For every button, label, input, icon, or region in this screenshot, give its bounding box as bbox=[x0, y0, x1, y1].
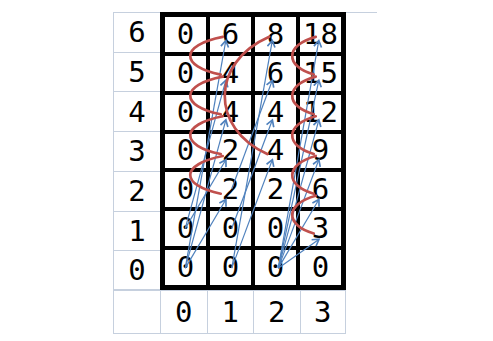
row-label-0[interactable]: 0 bbox=[113, 250, 160, 290]
dp-table-diagram: 6543210 0681804615044120249022600030000 … bbox=[0, 0, 493, 341]
grid-cell-cap6-item1[interactable]: 6 bbox=[208, 15, 253, 54]
grid-cell-cap2-item2[interactable]: 2 bbox=[253, 170, 298, 209]
col-label-1[interactable]: 1 bbox=[207, 290, 254, 334]
grid-cell-cap1-item3[interactable]: 3 bbox=[298, 209, 343, 248]
grid-cell-cap2-item3[interactable]: 6 bbox=[298, 170, 343, 209]
grid-cell-cap0-item2[interactable]: 0 bbox=[253, 248, 298, 287]
grid-cell-cap4-item2[interactable]: 4 bbox=[253, 93, 298, 132]
grid-cell-cap2-item1[interactable]: 2 bbox=[208, 170, 253, 209]
grid-cell-cap6-item3[interactable]: 18 bbox=[298, 15, 343, 54]
grid-cell-cap1-item2[interactable]: 0 bbox=[253, 209, 298, 248]
grid-cell-cap3-item1[interactable]: 2 bbox=[208, 132, 253, 171]
row-label-1[interactable]: 1 bbox=[113, 211, 160, 251]
grid-cell-cap3-item3[interactable]: 9 bbox=[298, 132, 343, 171]
grid-cell-cap5-item3[interactable]: 15 bbox=[298, 54, 343, 93]
row-label-2[interactable]: 2 bbox=[113, 171, 160, 211]
grid-cell-cap0-item0[interactable]: 0 bbox=[163, 248, 208, 287]
grid-cell-cap3-item2[interactable]: 4 bbox=[253, 132, 298, 171]
grid-cell-cap5-item2[interactable]: 6 bbox=[253, 54, 298, 93]
row-label-6[interactable]: 6 bbox=[113, 12, 160, 52]
col-label-3[interactable]: 3 bbox=[300, 290, 347, 334]
grid-cell-cap4-item1[interactable]: 4 bbox=[208, 93, 253, 132]
corner-label-empty[interactable] bbox=[113, 290, 160, 334]
grid-cell-cap6-item2[interactable]: 8 bbox=[253, 15, 298, 54]
worksheet-gridline-fragment bbox=[346, 12, 377, 13]
grid-cell-cap5-item1[interactable]: 4 bbox=[208, 54, 253, 93]
grid-cell-cap3-item0[interactable]: 0 bbox=[163, 132, 208, 171]
dp-grid: 0681804615044120249022600030000 bbox=[160, 12, 346, 290]
grid-cell-cap2-item0[interactable]: 0 bbox=[163, 170, 208, 209]
grid-cell-cap6-item0[interactable]: 0 bbox=[163, 15, 208, 54]
grid-cell-cap1-item1[interactable]: 0 bbox=[208, 209, 253, 248]
row-label-5[interactable]: 5 bbox=[113, 52, 160, 92]
grid-cell-cap5-item0[interactable]: 0 bbox=[163, 54, 208, 93]
grid-cell-cap4-item0[interactable]: 0 bbox=[163, 93, 208, 132]
grid-cell-cap4-item3[interactable]: 12 bbox=[298, 93, 343, 132]
col-label-row: 0123 bbox=[113, 290, 346, 334]
row-label-column: 6543210 bbox=[113, 12, 160, 290]
row-label-3[interactable]: 3 bbox=[113, 131, 160, 171]
col-label-0[interactable]: 0 bbox=[160, 290, 207, 334]
col-label-2[interactable]: 2 bbox=[253, 290, 300, 334]
grid-cell-cap0-item3[interactable]: 0 bbox=[298, 248, 343, 287]
row-label-4[interactable]: 4 bbox=[113, 91, 160, 131]
grid-cell-cap1-item0[interactable]: 0 bbox=[163, 209, 208, 248]
grid-cell-cap0-item1[interactable]: 0 bbox=[208, 248, 253, 287]
